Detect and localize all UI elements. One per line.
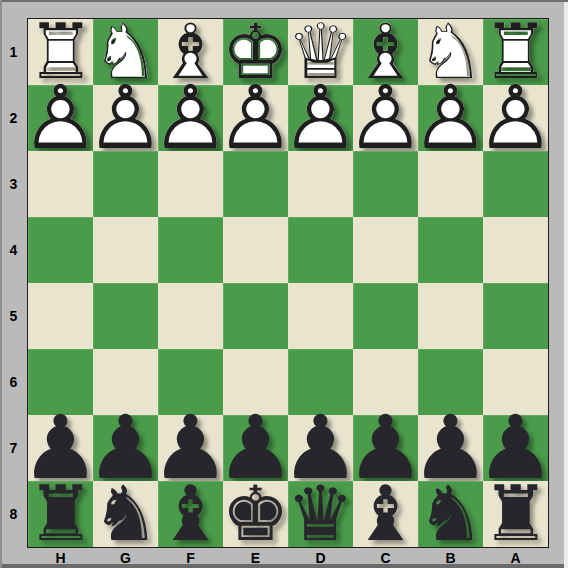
white-pawn-piece[interactable]: ♟♙: [353, 85, 418, 151]
piece-fill-glyph: ♝: [351, 476, 419, 552]
file-label-e: E: [223, 547, 288, 568]
square-f1[interactable]: ♝♗: [158, 19, 223, 85]
white-knight-piece[interactable]: ♞♘: [93, 19, 158, 85]
piece-fill-glyph: ♟: [216, 404, 295, 492]
square-f5[interactable]: [158, 283, 223, 349]
piece-fill-glyph: ♟: [21, 74, 100, 162]
square-c2[interactable]: ♟♙: [353, 85, 418, 151]
square-f6[interactable]: [158, 349, 223, 415]
piece-fill-glyph: ♚: [221, 476, 289, 552]
rank-label-6: 6: [0, 349, 27, 415]
white-pawn-piece[interactable]: ♟♙: [483, 85, 548, 151]
black-pawn-piece[interactable]: ♟: [28, 415, 93, 481]
square-d6[interactable]: [288, 349, 353, 415]
square-b4[interactable]: [418, 217, 483, 283]
square-e6[interactable]: [223, 349, 288, 415]
piece-outline-glyph: ♙: [476, 74, 555, 162]
piece-fill-glyph: ♜: [26, 14, 94, 90]
black-knight-piece[interactable]: ♞: [418, 481, 483, 547]
piece-outline-glyph: ♙: [216, 74, 295, 162]
white-pawn-piece[interactable]: ♟♙: [288, 85, 353, 151]
black-king-piece[interactable]: ♚: [223, 481, 288, 547]
white-rook-piece[interactable]: ♜♖: [483, 19, 548, 85]
black-bishop-piece[interactable]: ♝: [353, 481, 418, 547]
black-knight-piece[interactable]: ♞: [93, 481, 158, 547]
square-a1[interactable]: ♜♖: [483, 19, 548, 85]
black-pawn-piece[interactable]: ♟: [353, 415, 418, 481]
square-d7[interactable]: ♟: [288, 415, 353, 481]
black-bishop-piece[interactable]: ♝: [158, 481, 223, 547]
square-c1[interactable]: ♝♗: [353, 19, 418, 85]
piece-outline-glyph: ♖: [26, 14, 94, 90]
piece-outline-glyph: ♔: [221, 14, 289, 90]
square-a4[interactable]: [483, 217, 548, 283]
square-h4[interactable]: [28, 217, 93, 283]
white-pawn-piece[interactable]: ♟♙: [223, 85, 288, 151]
piece-fill-glyph: ♛: [286, 14, 354, 90]
square-c8[interactable]: ♝: [353, 481, 418, 547]
piece-fill-glyph: ♛: [286, 476, 354, 552]
piece-fill-glyph: ♚: [221, 14, 289, 90]
black-pawn-piece[interactable]: ♟: [223, 415, 288, 481]
square-b7[interactable]: ♟: [418, 415, 483, 481]
piece-fill-glyph: ♜: [481, 476, 549, 552]
piece-fill-glyph: ♟: [346, 404, 425, 492]
square-f8[interactable]: ♝: [158, 481, 223, 547]
square-g1[interactable]: ♞♘: [93, 19, 158, 85]
square-a6[interactable]: [483, 349, 548, 415]
square-a2[interactable]: ♟♙: [483, 85, 548, 151]
white-pawn-piece[interactable]: ♟♙: [93, 85, 158, 151]
piece-outline-glyph: ♕: [286, 14, 354, 90]
square-b1[interactable]: ♞♘: [418, 19, 483, 85]
square-f4[interactable]: [158, 217, 223, 283]
square-h2[interactable]: ♟♙: [28, 85, 93, 151]
square-h1[interactable]: ♜♖: [28, 19, 93, 85]
piece-outline-glyph: ♙: [86, 74, 165, 162]
square-h7[interactable]: ♟: [28, 415, 93, 481]
file-label-a: A: [483, 547, 548, 568]
file-label-b: B: [418, 547, 483, 568]
square-e5[interactable]: [223, 283, 288, 349]
square-f7[interactable]: ♟: [158, 415, 223, 481]
square-b8[interactable]: ♞: [418, 481, 483, 547]
piece-fill-glyph: ♟: [151, 74, 230, 162]
piece-outline-glyph: ♖: [481, 14, 549, 90]
piece-fill-glyph: ♟: [86, 404, 165, 492]
piece-fill-glyph: ♜: [26, 476, 94, 552]
piece-outline-glyph: ♘: [416, 14, 484, 90]
square-g6[interactable]: [93, 349, 158, 415]
square-e1[interactable]: ♚♔: [223, 19, 288, 85]
piece-fill-glyph: ♞: [91, 14, 159, 90]
square-b3[interactable]: [418, 151, 483, 217]
rank-label-8: 8: [0, 481, 27, 547]
white-rook-piece[interactable]: ♜♖: [28, 19, 93, 85]
piece-fill-glyph: ♟: [21, 404, 100, 492]
piece-outline-glyph: ♗: [156, 14, 224, 90]
white-pawn-piece[interactable]: ♟♙: [158, 85, 223, 151]
piece-fill-glyph: ♟: [476, 74, 555, 162]
white-pawn-piece[interactable]: ♟♙: [28, 85, 93, 151]
piece-fill-glyph: ♟: [411, 74, 490, 162]
file-label-d: D: [288, 547, 353, 568]
square-h3[interactable]: [28, 151, 93, 217]
square-c7[interactable]: ♟: [353, 415, 418, 481]
piece-outline-glyph: ♗: [351, 14, 419, 90]
square-d4[interactable]: [288, 217, 353, 283]
piece-outline-glyph: ♙: [346, 74, 425, 162]
square-e7[interactable]: ♟: [223, 415, 288, 481]
piece-fill-glyph: ♞: [416, 14, 484, 90]
square-f2[interactable]: ♟♙: [158, 85, 223, 151]
rank-label-2: 2: [0, 85, 27, 151]
square-c3[interactable]: [353, 151, 418, 217]
piece-fill-glyph: ♟: [281, 404, 360, 492]
piece-fill-glyph: ♞: [416, 476, 484, 552]
square-e4[interactable]: [223, 217, 288, 283]
white-bishop-piece[interactable]: ♝♗: [353, 19, 418, 85]
rank-label-3: 3: [0, 151, 27, 217]
black-pawn-piece[interactable]: ♟: [93, 415, 158, 481]
black-pawn-piece[interactable]: ♟: [158, 415, 223, 481]
black-pawn-piece[interactable]: ♟: [418, 415, 483, 481]
rank-labels: 12345678: [0, 19, 27, 547]
file-label-c: C: [353, 547, 418, 568]
piece-outline-glyph: ♙: [411, 74, 490, 162]
piece-fill-glyph: ♟: [476, 404, 555, 492]
square-g2[interactable]: ♟♙: [93, 85, 158, 151]
piece-outline-glyph: ♘: [91, 14, 159, 90]
rank-label-5: 5: [0, 283, 27, 349]
square-g4[interactable]: [93, 217, 158, 283]
square-a7[interactable]: ♟: [483, 415, 548, 481]
black-rook-piece[interactable]: ♜: [28, 481, 93, 547]
chess-board: ♜♖♞♘♝♗♚♔♛♕♝♗♞♘♜♖♟♙♟♙♟♙♟♙♟♙♟♙♟♙♟♙♟♟♟♟♟♟♟♟…: [27, 18, 549, 548]
square-g3[interactable]: [93, 151, 158, 217]
board-frame: 12345678 ♜♖♞♘♝♗♚♔♛♕♝♗♞♘♜♖♟♙♟♙♟♙♟♙♟♙♟♙♟♙♟…: [0, 0, 568, 568]
piece-outline-glyph: ♙: [151, 74, 230, 162]
square-h6[interactable]: [28, 349, 93, 415]
file-label-h: H: [28, 547, 93, 568]
square-b2[interactable]: ♟♙: [418, 85, 483, 151]
file-labels: HGFEDCBA: [28, 547, 548, 568]
rank-label-1: 1: [0, 19, 27, 85]
square-g8[interactable]: ♞: [93, 481, 158, 547]
piece-fill-glyph: ♝: [351, 14, 419, 90]
rank-label-4: 4: [0, 217, 27, 283]
piece-fill-glyph: ♟: [216, 74, 295, 162]
square-d2[interactable]: ♟♙: [288, 85, 353, 151]
square-b6[interactable]: [418, 349, 483, 415]
square-h8[interactable]: ♜: [28, 481, 93, 547]
square-g7[interactable]: ♟: [93, 415, 158, 481]
piece-fill-glyph: ♝: [156, 14, 224, 90]
square-e8[interactable]: ♚: [223, 481, 288, 547]
square-e3[interactable]: [223, 151, 288, 217]
white-knight-piece[interactable]: ♞♘: [418, 19, 483, 85]
piece-fill-glyph: ♝: [156, 476, 224, 552]
piece-fill-glyph: ♟: [411, 404, 490, 492]
piece-outline-glyph: ♙: [281, 74, 360, 162]
piece-outline-glyph: ♙: [21, 74, 100, 162]
square-d1[interactable]: ♛♕: [288, 19, 353, 85]
square-c6[interactable]: [353, 349, 418, 415]
rank-label-7: 7: [0, 415, 27, 481]
square-f3[interactable]: [158, 151, 223, 217]
white-pawn-piece[interactable]: ♟♙: [418, 85, 483, 151]
white-bishop-piece[interactable]: ♝♗: [158, 19, 223, 85]
square-a5[interactable]: [483, 283, 548, 349]
piece-fill-glyph: ♜: [481, 14, 549, 90]
black-rook-piece[interactable]: ♜: [483, 481, 548, 547]
file-label-f: F: [158, 547, 223, 568]
white-king-piece[interactable]: ♚♔: [223, 19, 288, 85]
piece-fill-glyph: ♞: [91, 476, 159, 552]
piece-fill-glyph: ♟: [346, 74, 425, 162]
square-a3[interactable]: [483, 151, 548, 217]
square-g5[interactable]: [93, 283, 158, 349]
black-queen-piece[interactable]: ♛: [288, 481, 353, 547]
black-pawn-piece[interactable]: ♟: [483, 415, 548, 481]
square-a8[interactable]: ♜: [483, 481, 548, 547]
white-queen-piece[interactable]: ♛♕: [288, 19, 353, 85]
square-d5[interactable]: [288, 283, 353, 349]
square-d8[interactable]: ♛: [288, 481, 353, 547]
square-d3[interactable]: [288, 151, 353, 217]
piece-fill-glyph: ♟: [86, 74, 165, 162]
file-label-g: G: [93, 547, 158, 568]
piece-fill-glyph: ♟: [281, 74, 360, 162]
square-e2[interactable]: ♟♙: [223, 85, 288, 151]
square-b5[interactable]: [418, 283, 483, 349]
black-pawn-piece[interactable]: ♟: [288, 415, 353, 481]
square-c5[interactable]: [353, 283, 418, 349]
square-h5[interactable]: [28, 283, 93, 349]
square-c4[interactable]: [353, 217, 418, 283]
piece-fill-glyph: ♟: [151, 404, 230, 492]
